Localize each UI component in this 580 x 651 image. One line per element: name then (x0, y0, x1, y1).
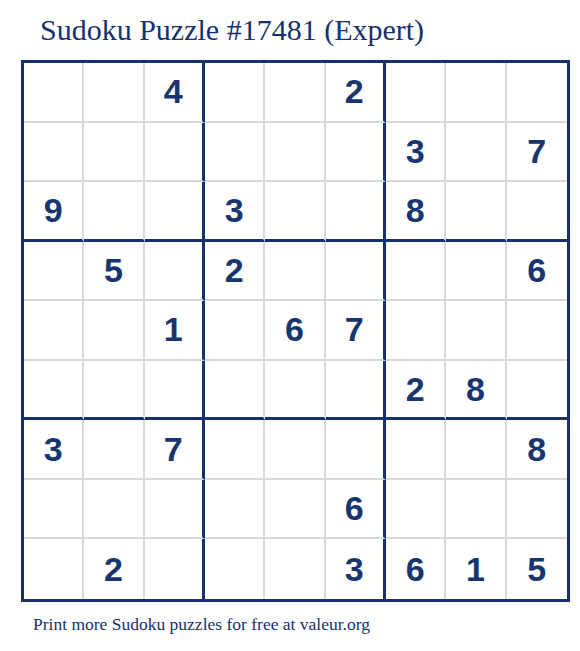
cell-r1c3[interactable]: 4 (145, 63, 205, 123)
cell-r5c4[interactable] (205, 301, 265, 361)
cell-r7c8[interactable] (446, 420, 506, 480)
cell-r2c8[interactable] (446, 123, 506, 183)
cell-r2c4[interactable] (205, 123, 265, 183)
cell-r6c8[interactable]: 8 (446, 361, 506, 421)
cell-r9c4[interactable] (205, 539, 265, 599)
cell-r8c9[interactable] (507, 480, 567, 540)
sudoku-board: 423793852616728378623615 (21, 60, 570, 602)
cell-r5c5[interactable]: 6 (265, 301, 325, 361)
cell-r1c2[interactable] (84, 63, 144, 123)
cell-r8c1[interactable] (24, 480, 84, 540)
cell-r4c3[interactable] (145, 242, 205, 302)
page-title: Sudoku Puzzle #17481 (Expert) (40, 13, 424, 46)
cell-r8c5[interactable] (265, 480, 325, 540)
cell-r5c1[interactable] (24, 301, 84, 361)
cell-r9c1[interactable] (24, 539, 84, 599)
cell-r3c5[interactable] (265, 182, 325, 242)
cell-r4c6[interactable] (326, 242, 386, 302)
footer-text: Print more Sudoku puzzles for free at va… (33, 614, 370, 635)
cell-r5c8[interactable] (446, 301, 506, 361)
cell-r7c7[interactable] (386, 420, 446, 480)
cell-r4c7[interactable] (386, 242, 446, 302)
cell-r4c4[interactable]: 2 (205, 242, 265, 302)
sudoku-page: { "title": "Sudoku Puzzle #17481 (Expert… (0, 0, 580, 651)
cell-r3c7[interactable]: 8 (386, 182, 446, 242)
cell-r6c2[interactable] (84, 361, 144, 421)
cell-r5c2[interactable] (84, 301, 144, 361)
cell-r5c7[interactable] (386, 301, 446, 361)
cell-r5c6[interactable]: 7 (326, 301, 386, 361)
cell-r9c3[interactable] (145, 539, 205, 599)
cell-r3c8[interactable] (446, 182, 506, 242)
cell-r6c7[interactable]: 2 (386, 361, 446, 421)
cell-r3c4[interactable]: 3 (205, 182, 265, 242)
cell-r9c2[interactable]: 2 (84, 539, 144, 599)
cell-r8c6[interactable]: 6 (326, 480, 386, 540)
cell-r2c1[interactable] (24, 123, 84, 183)
cell-r1c4[interactable] (205, 63, 265, 123)
cell-r1c6[interactable]: 2 (326, 63, 386, 123)
cell-r6c4[interactable] (205, 361, 265, 421)
cell-r4c8[interactable] (446, 242, 506, 302)
cell-r7c4[interactable] (205, 420, 265, 480)
cell-r2c6[interactable] (326, 123, 386, 183)
cell-r4c5[interactable] (265, 242, 325, 302)
cell-r7c9[interactable]: 8 (507, 420, 567, 480)
cell-r2c3[interactable] (145, 123, 205, 183)
cell-r6c6[interactable] (326, 361, 386, 421)
cell-r9c9[interactable]: 5 (507, 539, 567, 599)
cell-r4c2[interactable]: 5 (84, 242, 144, 302)
cell-r3c2[interactable] (84, 182, 144, 242)
cell-r8c7[interactable] (386, 480, 446, 540)
cell-r6c3[interactable] (145, 361, 205, 421)
cell-r3c9[interactable] (507, 182, 567, 242)
cell-r4c9[interactable]: 6 (507, 242, 567, 302)
cell-r4c1[interactable] (24, 242, 84, 302)
cell-r3c3[interactable] (145, 182, 205, 242)
cell-r7c3[interactable]: 7 (145, 420, 205, 480)
cell-r9c7[interactable]: 6 (386, 539, 446, 599)
cell-r2c9[interactable]: 7 (507, 123, 567, 183)
cell-r1c9[interactable] (507, 63, 567, 123)
cell-r8c4[interactable] (205, 480, 265, 540)
cell-r1c1[interactable] (24, 63, 84, 123)
cell-r7c2[interactable] (84, 420, 144, 480)
cell-r9c8[interactable]: 1 (446, 539, 506, 599)
cell-r1c5[interactable] (265, 63, 325, 123)
cell-r9c5[interactable] (265, 539, 325, 599)
cell-r7c5[interactable] (265, 420, 325, 480)
cell-r1c8[interactable] (446, 63, 506, 123)
cell-r5c9[interactable] (507, 301, 567, 361)
cell-r5c3[interactable]: 1 (145, 301, 205, 361)
cell-r2c2[interactable] (84, 123, 144, 183)
cell-r8c3[interactable] (145, 480, 205, 540)
cell-r7c1[interactable]: 3 (24, 420, 84, 480)
cell-r1c7[interactable] (386, 63, 446, 123)
cell-r9c6[interactable]: 3 (326, 539, 386, 599)
cell-r3c6[interactable] (326, 182, 386, 242)
cell-r6c5[interactable] (265, 361, 325, 421)
cell-r6c9[interactable] (507, 361, 567, 421)
cell-r3c1[interactable]: 9 (24, 182, 84, 242)
cell-r8c8[interactable] (446, 480, 506, 540)
cell-r2c7[interactable]: 3 (386, 123, 446, 183)
cell-r7c6[interactable] (326, 420, 386, 480)
cell-r8c2[interactable] (84, 480, 144, 540)
cell-r6c1[interactable] (24, 361, 84, 421)
cell-r2c5[interactable] (265, 123, 325, 183)
